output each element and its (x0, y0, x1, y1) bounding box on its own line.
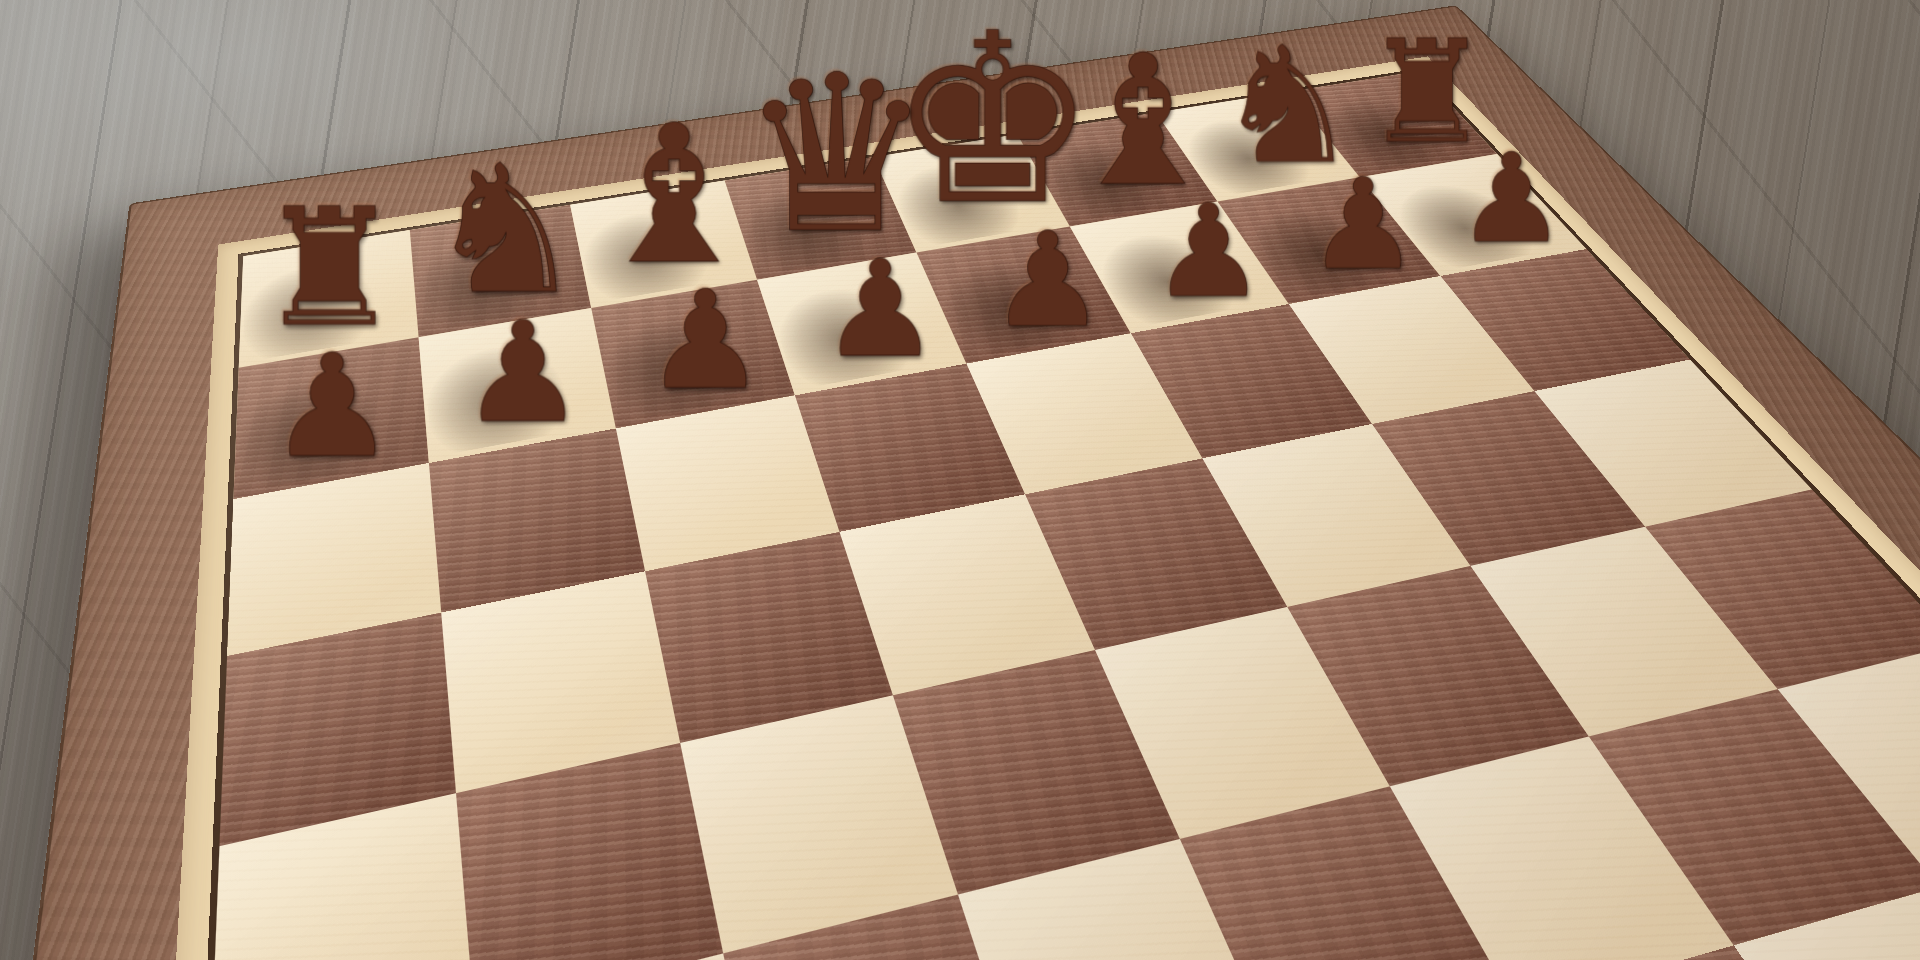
piece-black-pawn[interactable]: ♟ (1456, 136, 1566, 259)
square-c7[interactable]: ♟ (591, 280, 795, 429)
piece-black-pawn[interactable]: ♟ (460, 302, 585, 441)
board-maple-border: ♜♞♝♛♚♝♞♜♟♟♟♟♟♟♟♟♟♟♟♟♟♟♟♟♜♞♝♛♚♝♞♜ (88, 56, 1920, 960)
piece-black-pawn[interactable]: ♟ (268, 334, 396, 477)
square-e7[interactable]: ♟ (917, 227, 1131, 364)
square-b7[interactable]: ♟ (419, 308, 616, 463)
square-g6[interactable] (1289, 276, 1535, 424)
square-g8[interactable]: ♞ (1156, 91, 1360, 201)
piece-black-queen[interactable]: ♛ (739, 46, 934, 263)
piece-black-bishop[interactable]: ♝ (588, 99, 760, 290)
square-b5[interactable] (441, 571, 680, 793)
square-g5[interactable] (1372, 391, 1645, 566)
square-h7[interactable]: ♟ (1360, 154, 1586, 276)
square-g4[interactable] (1470, 527, 1777, 737)
square-f8[interactable]: ♝ (1017, 113, 1217, 227)
piece-black-pawn[interactable]: ♟ (1151, 187, 1266, 315)
square-a4[interactable] (210, 793, 474, 960)
photo-scene: ♜♞♝♛♚♝♞♜♟♟♟♟♟♟♟♟♟♟♟♟♟♟♟♟♜♞♝♛♚♝♞♜ (0, 0, 1920, 960)
square-c6[interactable] (616, 395, 840, 571)
piece-black-rook[interactable]: ♜ (1363, 21, 1490, 163)
piece-black-pawn[interactable]: ♟ (989, 214, 1106, 345)
square-g7[interactable]: ♟ (1218, 177, 1441, 304)
piece-black-king[interactable]: ♚ (887, 2, 1097, 237)
square-f6[interactable] (1131, 304, 1372, 458)
board-frame: ♜♞♝♛♚♝♞♜♟♟♟♟♟♟♟♟♟♟♟♟♟♟♟♟♜♞♝♛♚♝♞♜ (0, 5, 1920, 960)
piece-black-pawn[interactable]: ♟ (644, 271, 766, 407)
square-a6[interactable] (227, 463, 441, 656)
square-f5[interactable] (1202, 424, 1470, 607)
square-c8[interactable]: ♝ (570, 180, 757, 307)
square-e4[interactable] (1095, 607, 1390, 839)
piece-black-pawn[interactable]: ♟ (820, 242, 940, 376)
square-a7[interactable]: ♟ (233, 337, 428, 499)
square-h8[interactable]: ♜ (1290, 71, 1497, 177)
square-a8[interactable]: ♜ (239, 230, 419, 368)
piece-black-rook[interactable]: ♜ (257, 186, 403, 349)
square-b8[interactable]: ♞ (410, 205, 591, 338)
square-e5[interactable] (1025, 458, 1287, 650)
square-b6[interactable] (429, 428, 645, 612)
square-f7[interactable]: ♟ (1070, 201, 1289, 333)
square-d5[interactable] (839, 494, 1095, 695)
square-d7[interactable]: ♟ (757, 253, 966, 396)
square-e6[interactable] (966, 333, 1202, 494)
piece-black-knight[interactable]: ♞ (426, 142, 585, 319)
piece-black-knight[interactable]: ♞ (1215, 25, 1359, 186)
square-d8[interactable]: ♛ (725, 157, 917, 280)
piece-black-bishop[interactable]: ♝ (1062, 30, 1224, 211)
piece-black-pawn[interactable]: ♟ (1307, 161, 1420, 287)
square-d6[interactable] (795, 364, 1025, 532)
playing-field: ♜♞♝♛♚♝♞♜♟♟♟♟♟♟♟♟♟♟♟♟♟♟♟♟♜♞♝♛♚♝♞♜ (147, 68, 1920, 960)
square-e8[interactable]: ♚ (874, 134, 1070, 252)
chess-board: ♜♞♝♛♚♝♞♜♟♟♟♟♟♟♟♟♟♟♟♟♟♟♟♟♜♞♝♛♚♝♞♜ (0, 5, 1920, 960)
square-h6[interactable] (1441, 249, 1691, 391)
square-h5[interactable] (1534, 360, 1811, 527)
